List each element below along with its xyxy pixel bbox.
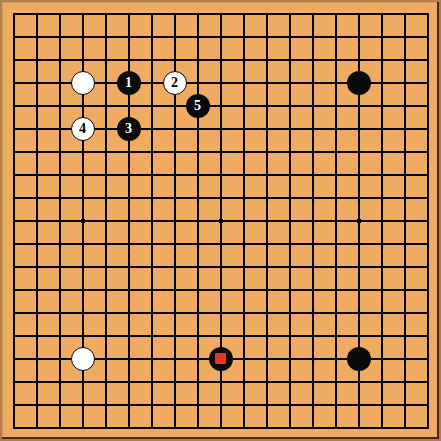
intersection-S8[interactable] bbox=[393, 255, 416, 278]
intersection-B17[interactable] bbox=[25, 48, 48, 71]
intersection-K14[interactable] bbox=[209, 117, 232, 140]
intersection-L9[interactable] bbox=[232, 232, 255, 255]
intersection-B18[interactable] bbox=[25, 25, 48, 48]
intersection-C1[interactable] bbox=[48, 416, 71, 439]
intersection-T2[interactable] bbox=[416, 393, 439, 416]
intersection-L11[interactable] bbox=[232, 186, 255, 209]
intersection-E5[interactable] bbox=[94, 324, 117, 347]
intersection-L2[interactable] bbox=[232, 393, 255, 416]
intersection-K19[interactable] bbox=[209, 2, 232, 25]
intersection-O1[interactable] bbox=[301, 416, 324, 439]
intersection-P4[interactable] bbox=[324, 347, 347, 370]
intersection-H12[interactable] bbox=[163, 163, 186, 186]
intersection-C16[interactable] bbox=[48, 71, 71, 94]
intersection-C10[interactable] bbox=[48, 209, 71, 232]
intersection-C7[interactable] bbox=[48, 278, 71, 301]
intersection-C14[interactable] bbox=[48, 117, 71, 140]
intersection-Q14[interactable] bbox=[347, 117, 370, 140]
intersection-J17[interactable] bbox=[186, 48, 209, 71]
intersection-E8[interactable] bbox=[94, 255, 117, 278]
intersection-B4[interactable] bbox=[25, 347, 48, 370]
intersection-Q12[interactable] bbox=[347, 163, 370, 186]
intersection-R16[interactable] bbox=[370, 71, 393, 94]
intersection-Q2[interactable] bbox=[347, 393, 370, 416]
intersection-B10[interactable] bbox=[25, 209, 48, 232]
intersection-K7[interactable] bbox=[209, 278, 232, 301]
intersection-B8[interactable] bbox=[25, 255, 48, 278]
intersection-M7[interactable] bbox=[255, 278, 278, 301]
intersection-E19[interactable] bbox=[94, 2, 117, 25]
intersection-Q17[interactable] bbox=[347, 48, 370, 71]
intersection-S16[interactable] bbox=[393, 71, 416, 94]
intersection-T17[interactable] bbox=[416, 48, 439, 71]
intersection-Q10[interactable] bbox=[347, 209, 370, 232]
intersection-A12[interactable] bbox=[2, 163, 25, 186]
intersection-K8[interactable] bbox=[209, 255, 232, 278]
intersection-G12[interactable] bbox=[140, 163, 163, 186]
intersection-M13[interactable] bbox=[255, 140, 278, 163]
intersection-Q11[interactable] bbox=[347, 186, 370, 209]
intersection-J1[interactable] bbox=[186, 416, 209, 439]
intersection-T4[interactable] bbox=[416, 347, 439, 370]
intersection-D8[interactable] bbox=[71, 255, 94, 278]
intersection-R18[interactable] bbox=[370, 25, 393, 48]
intersection-P3[interactable] bbox=[324, 370, 347, 393]
intersection-P5[interactable] bbox=[324, 324, 347, 347]
intersection-M9[interactable] bbox=[255, 232, 278, 255]
intersection-C18[interactable] bbox=[48, 25, 71, 48]
intersection-G3[interactable] bbox=[140, 370, 163, 393]
intersection-H15[interactable] bbox=[163, 94, 186, 117]
intersection-P12[interactable] bbox=[324, 163, 347, 186]
intersection-S4[interactable] bbox=[393, 347, 416, 370]
intersection-E15[interactable] bbox=[94, 94, 117, 117]
intersection-R19[interactable] bbox=[370, 2, 393, 25]
intersection-J6[interactable] bbox=[186, 301, 209, 324]
intersection-N14[interactable] bbox=[278, 117, 301, 140]
intersection-G17[interactable] bbox=[140, 48, 163, 71]
intersection-L7[interactable] bbox=[232, 278, 255, 301]
intersection-T5[interactable] bbox=[416, 324, 439, 347]
intersection-N19[interactable] bbox=[278, 2, 301, 25]
intersection-A5[interactable] bbox=[2, 324, 25, 347]
intersection-M6[interactable] bbox=[255, 301, 278, 324]
intersection-S17[interactable] bbox=[393, 48, 416, 71]
intersection-S3[interactable] bbox=[393, 370, 416, 393]
intersection-O5[interactable] bbox=[301, 324, 324, 347]
intersection-R4[interactable] bbox=[370, 347, 393, 370]
intersection-L8[interactable] bbox=[232, 255, 255, 278]
intersection-O16[interactable] bbox=[301, 71, 324, 94]
intersection-B11[interactable] bbox=[25, 186, 48, 209]
intersection-T18[interactable] bbox=[416, 25, 439, 48]
intersection-G8[interactable] bbox=[140, 255, 163, 278]
intersection-G7[interactable] bbox=[140, 278, 163, 301]
intersection-E17[interactable] bbox=[94, 48, 117, 71]
intersection-A9[interactable] bbox=[2, 232, 25, 255]
intersection-C2[interactable] bbox=[48, 393, 71, 416]
intersection-O7[interactable] bbox=[301, 278, 324, 301]
intersection-B9[interactable] bbox=[25, 232, 48, 255]
intersection-P18[interactable] bbox=[324, 25, 347, 48]
intersection-G9[interactable] bbox=[140, 232, 163, 255]
intersection-F13[interactable] bbox=[117, 140, 140, 163]
intersection-L12[interactable] bbox=[232, 163, 255, 186]
intersection-N18[interactable] bbox=[278, 25, 301, 48]
intersection-S1[interactable] bbox=[393, 416, 416, 439]
intersection-A19[interactable] bbox=[2, 2, 25, 25]
intersection-C3[interactable] bbox=[48, 370, 71, 393]
intersection-D3[interactable] bbox=[71, 370, 94, 393]
intersection-C19[interactable] bbox=[48, 2, 71, 25]
intersection-J2[interactable] bbox=[186, 393, 209, 416]
intersection-R9[interactable] bbox=[370, 232, 393, 255]
intersection-G15[interactable] bbox=[140, 94, 163, 117]
intersection-L5[interactable] bbox=[232, 324, 255, 347]
intersection-H14[interactable] bbox=[163, 117, 186, 140]
intersection-N5[interactable] bbox=[278, 324, 301, 347]
intersection-K5[interactable] bbox=[209, 324, 232, 347]
intersection-O11[interactable] bbox=[301, 186, 324, 209]
intersection-D6[interactable] bbox=[71, 301, 94, 324]
intersection-B7[interactable] bbox=[25, 278, 48, 301]
intersection-N11[interactable] bbox=[278, 186, 301, 209]
intersection-A3[interactable] bbox=[2, 370, 25, 393]
intersection-B3[interactable] bbox=[25, 370, 48, 393]
intersection-M8[interactable] bbox=[255, 255, 278, 278]
intersection-F8[interactable] bbox=[117, 255, 140, 278]
intersection-K18[interactable] bbox=[209, 25, 232, 48]
intersection-M1[interactable] bbox=[255, 416, 278, 439]
intersection-F5[interactable] bbox=[117, 324, 140, 347]
intersection-A1[interactable] bbox=[2, 416, 25, 439]
intersection-L18[interactable] bbox=[232, 25, 255, 48]
intersection-K11[interactable] bbox=[209, 186, 232, 209]
intersection-Q9[interactable] bbox=[347, 232, 370, 255]
intersection-O15[interactable] bbox=[301, 94, 324, 117]
intersection-A17[interactable] bbox=[2, 48, 25, 71]
intersection-B12[interactable] bbox=[25, 163, 48, 186]
intersection-H13[interactable] bbox=[163, 140, 186, 163]
intersection-D12[interactable] bbox=[71, 163, 94, 186]
intersection-R6[interactable] bbox=[370, 301, 393, 324]
intersection-Q16[interactable] bbox=[347, 71, 370, 94]
intersection-P10[interactable] bbox=[324, 209, 347, 232]
intersection-A6[interactable] bbox=[2, 301, 25, 324]
intersection-B19[interactable] bbox=[25, 2, 48, 25]
intersection-C12[interactable] bbox=[48, 163, 71, 186]
intersection-B14[interactable] bbox=[25, 117, 48, 140]
intersection-G14[interactable] bbox=[140, 117, 163, 140]
intersection-K15[interactable] bbox=[209, 94, 232, 117]
intersection-F11[interactable] bbox=[117, 186, 140, 209]
intersection-C8[interactable] bbox=[48, 255, 71, 278]
intersection-P15[interactable] bbox=[324, 94, 347, 117]
intersection-O17[interactable] bbox=[301, 48, 324, 71]
intersection-E18[interactable] bbox=[94, 25, 117, 48]
intersection-N12[interactable] bbox=[278, 163, 301, 186]
intersection-N10[interactable] bbox=[278, 209, 301, 232]
intersection-A11[interactable] bbox=[2, 186, 25, 209]
intersection-T11[interactable] bbox=[416, 186, 439, 209]
intersection-K1[interactable] bbox=[209, 416, 232, 439]
intersection-F16[interactable]: 1 bbox=[117, 71, 140, 94]
intersection-B2[interactable] bbox=[25, 393, 48, 416]
intersection-R13[interactable] bbox=[370, 140, 393, 163]
intersection-K2[interactable] bbox=[209, 393, 232, 416]
intersection-B15[interactable] bbox=[25, 94, 48, 117]
intersection-O14[interactable] bbox=[301, 117, 324, 140]
intersection-T7[interactable] bbox=[416, 278, 439, 301]
intersection-Q18[interactable] bbox=[347, 25, 370, 48]
intersection-K13[interactable] bbox=[209, 140, 232, 163]
intersection-P14[interactable] bbox=[324, 117, 347, 140]
intersection-N16[interactable] bbox=[278, 71, 301, 94]
intersection-R10[interactable] bbox=[370, 209, 393, 232]
intersection-S6[interactable] bbox=[393, 301, 416, 324]
intersection-A18[interactable] bbox=[2, 25, 25, 48]
intersection-R2[interactable] bbox=[370, 393, 393, 416]
intersection-L19[interactable] bbox=[232, 2, 255, 25]
intersection-T9[interactable] bbox=[416, 232, 439, 255]
intersection-N6[interactable] bbox=[278, 301, 301, 324]
intersection-P6[interactable] bbox=[324, 301, 347, 324]
intersection-O2[interactable] bbox=[301, 393, 324, 416]
intersection-S15[interactable] bbox=[393, 94, 416, 117]
intersection-T8[interactable] bbox=[416, 255, 439, 278]
intersection-P13[interactable] bbox=[324, 140, 347, 163]
intersection-L14[interactable] bbox=[232, 117, 255, 140]
intersection-N9[interactable] bbox=[278, 232, 301, 255]
intersection-L15[interactable] bbox=[232, 94, 255, 117]
intersection-D14[interactable]: 4 bbox=[71, 117, 94, 140]
intersection-T15[interactable] bbox=[416, 94, 439, 117]
intersection-C15[interactable] bbox=[48, 94, 71, 117]
intersection-H4[interactable] bbox=[163, 347, 186, 370]
intersection-K10[interactable] bbox=[209, 209, 232, 232]
intersection-R14[interactable] bbox=[370, 117, 393, 140]
intersection-F19[interactable] bbox=[117, 2, 140, 25]
intersection-L1[interactable] bbox=[232, 416, 255, 439]
intersection-P2[interactable] bbox=[324, 393, 347, 416]
intersection-E13[interactable] bbox=[94, 140, 117, 163]
intersection-R7[interactable] bbox=[370, 278, 393, 301]
intersection-E16[interactable] bbox=[94, 71, 117, 94]
intersection-Q7[interactable] bbox=[347, 278, 370, 301]
intersection-Q4[interactable] bbox=[347, 347, 370, 370]
intersection-O18[interactable] bbox=[301, 25, 324, 48]
intersection-D18[interactable] bbox=[71, 25, 94, 48]
intersection-N2[interactable] bbox=[278, 393, 301, 416]
intersection-H17[interactable] bbox=[163, 48, 186, 71]
intersection-J18[interactable] bbox=[186, 25, 209, 48]
intersection-C4[interactable] bbox=[48, 347, 71, 370]
intersection-D7[interactable] bbox=[71, 278, 94, 301]
intersection-S10[interactable] bbox=[393, 209, 416, 232]
intersection-G4[interactable] bbox=[140, 347, 163, 370]
intersection-H2[interactable] bbox=[163, 393, 186, 416]
intersection-K3[interactable] bbox=[209, 370, 232, 393]
intersection-R3[interactable] bbox=[370, 370, 393, 393]
intersection-J19[interactable] bbox=[186, 2, 209, 25]
intersection-O10[interactable] bbox=[301, 209, 324, 232]
intersection-J5[interactable] bbox=[186, 324, 209, 347]
intersection-M19[interactable] bbox=[255, 2, 278, 25]
intersection-K17[interactable] bbox=[209, 48, 232, 71]
intersection-G2[interactable] bbox=[140, 393, 163, 416]
intersection-B6[interactable] bbox=[25, 301, 48, 324]
intersection-S13[interactable] bbox=[393, 140, 416, 163]
intersection-K12[interactable] bbox=[209, 163, 232, 186]
intersection-K4[interactable] bbox=[209, 347, 232, 370]
intersection-N15[interactable] bbox=[278, 94, 301, 117]
intersection-S19[interactable] bbox=[393, 2, 416, 25]
intersection-G5[interactable] bbox=[140, 324, 163, 347]
intersection-A8[interactable] bbox=[2, 255, 25, 278]
intersection-H1[interactable] bbox=[163, 416, 186, 439]
intersection-O4[interactable] bbox=[301, 347, 324, 370]
intersection-T1[interactable] bbox=[416, 416, 439, 439]
intersection-S12[interactable] bbox=[393, 163, 416, 186]
intersection-H8[interactable] bbox=[163, 255, 186, 278]
intersection-S18[interactable] bbox=[393, 25, 416, 48]
intersection-M12[interactable] bbox=[255, 163, 278, 186]
intersection-L10[interactable] bbox=[232, 209, 255, 232]
intersection-C5[interactable] bbox=[48, 324, 71, 347]
intersection-E6[interactable] bbox=[94, 301, 117, 324]
intersection-R15[interactable] bbox=[370, 94, 393, 117]
intersection-A16[interactable] bbox=[2, 71, 25, 94]
intersection-A7[interactable] bbox=[2, 278, 25, 301]
intersection-G6[interactable] bbox=[140, 301, 163, 324]
intersection-A14[interactable] bbox=[2, 117, 25, 140]
intersection-D2[interactable] bbox=[71, 393, 94, 416]
intersection-P16[interactable] bbox=[324, 71, 347, 94]
intersection-T14[interactable] bbox=[416, 117, 439, 140]
intersection-H19[interactable] bbox=[163, 2, 186, 25]
intersection-N4[interactable] bbox=[278, 347, 301, 370]
intersection-H9[interactable] bbox=[163, 232, 186, 255]
intersection-R5[interactable] bbox=[370, 324, 393, 347]
intersection-T16[interactable] bbox=[416, 71, 439, 94]
intersection-F15[interactable] bbox=[117, 94, 140, 117]
intersection-H18[interactable] bbox=[163, 25, 186, 48]
intersection-D4[interactable] bbox=[71, 347, 94, 370]
intersection-H5[interactable] bbox=[163, 324, 186, 347]
intersection-T10[interactable] bbox=[416, 209, 439, 232]
intersection-D19[interactable] bbox=[71, 2, 94, 25]
intersection-T12[interactable] bbox=[416, 163, 439, 186]
intersection-R17[interactable] bbox=[370, 48, 393, 71]
intersection-L3[interactable] bbox=[232, 370, 255, 393]
intersection-D13[interactable] bbox=[71, 140, 94, 163]
intersection-O9[interactable] bbox=[301, 232, 324, 255]
intersection-P9[interactable] bbox=[324, 232, 347, 255]
intersection-L17[interactable] bbox=[232, 48, 255, 71]
intersection-G13[interactable] bbox=[140, 140, 163, 163]
intersection-B5[interactable] bbox=[25, 324, 48, 347]
intersection-D9[interactable] bbox=[71, 232, 94, 255]
intersection-M18[interactable] bbox=[255, 25, 278, 48]
intersection-F1[interactable] bbox=[117, 416, 140, 439]
intersection-D15[interactable] bbox=[71, 94, 94, 117]
intersection-J15[interactable]: 5 bbox=[186, 94, 209, 117]
intersection-P17[interactable] bbox=[324, 48, 347, 71]
intersection-E9[interactable] bbox=[94, 232, 117, 255]
intersection-M16[interactable] bbox=[255, 71, 278, 94]
intersection-J4[interactable] bbox=[186, 347, 209, 370]
intersection-K9[interactable] bbox=[209, 232, 232, 255]
intersection-F17[interactable] bbox=[117, 48, 140, 71]
intersection-F3[interactable] bbox=[117, 370, 140, 393]
intersection-L6[interactable] bbox=[232, 301, 255, 324]
intersection-A2[interactable] bbox=[2, 393, 25, 416]
intersection-R11[interactable] bbox=[370, 186, 393, 209]
intersection-J12[interactable] bbox=[186, 163, 209, 186]
intersection-N13[interactable] bbox=[278, 140, 301, 163]
intersection-M15[interactable] bbox=[255, 94, 278, 117]
intersection-D1[interactable] bbox=[71, 416, 94, 439]
intersection-S11[interactable] bbox=[393, 186, 416, 209]
intersection-F4[interactable] bbox=[117, 347, 140, 370]
intersection-M14[interactable] bbox=[255, 117, 278, 140]
intersection-Q3[interactable] bbox=[347, 370, 370, 393]
intersection-D11[interactable] bbox=[71, 186, 94, 209]
intersection-N1[interactable] bbox=[278, 416, 301, 439]
intersection-G10[interactable] bbox=[140, 209, 163, 232]
intersection-H16[interactable]: 2 bbox=[163, 71, 186, 94]
intersection-O19[interactable] bbox=[301, 2, 324, 25]
intersection-N17[interactable] bbox=[278, 48, 301, 71]
intersection-G18[interactable] bbox=[140, 25, 163, 48]
intersection-P7[interactable] bbox=[324, 278, 347, 301]
intersection-Q6[interactable] bbox=[347, 301, 370, 324]
intersection-F7[interactable] bbox=[117, 278, 140, 301]
intersection-O13[interactable] bbox=[301, 140, 324, 163]
intersection-D16[interactable] bbox=[71, 71, 94, 94]
intersection-E12[interactable] bbox=[94, 163, 117, 186]
intersection-D5[interactable] bbox=[71, 324, 94, 347]
intersection-H3[interactable] bbox=[163, 370, 186, 393]
intersection-Q15[interactable] bbox=[347, 94, 370, 117]
intersection-J14[interactable] bbox=[186, 117, 209, 140]
intersection-J9[interactable] bbox=[186, 232, 209, 255]
intersection-R1[interactable] bbox=[370, 416, 393, 439]
intersection-B1[interactable] bbox=[25, 416, 48, 439]
intersection-J11[interactable] bbox=[186, 186, 209, 209]
intersection-L13[interactable] bbox=[232, 140, 255, 163]
intersection-Q13[interactable] bbox=[347, 140, 370, 163]
intersection-H6[interactable] bbox=[163, 301, 186, 324]
intersection-P11[interactable] bbox=[324, 186, 347, 209]
intersection-B16[interactable] bbox=[25, 71, 48, 94]
intersection-M4[interactable] bbox=[255, 347, 278, 370]
intersection-R12[interactable] bbox=[370, 163, 393, 186]
intersection-J7[interactable] bbox=[186, 278, 209, 301]
intersection-E14[interactable] bbox=[94, 117, 117, 140]
intersection-N8[interactable] bbox=[278, 255, 301, 278]
intersection-D10[interactable] bbox=[71, 209, 94, 232]
intersection-J8[interactable] bbox=[186, 255, 209, 278]
intersection-J10[interactable] bbox=[186, 209, 209, 232]
intersection-E10[interactable] bbox=[94, 209, 117, 232]
intersection-Q5[interactable] bbox=[347, 324, 370, 347]
intersection-E7[interactable] bbox=[94, 278, 117, 301]
intersection-F12[interactable] bbox=[117, 163, 140, 186]
intersection-A13[interactable] bbox=[2, 140, 25, 163]
intersection-Q19[interactable] bbox=[347, 2, 370, 25]
intersection-N7[interactable] bbox=[278, 278, 301, 301]
